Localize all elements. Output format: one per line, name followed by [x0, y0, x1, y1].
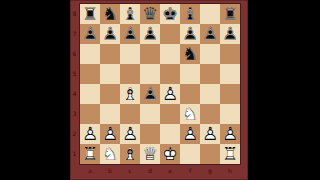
square-a4[interactable] [80, 84, 100, 104]
square-g4[interactable] [200, 84, 220, 104]
piece-black-pawn[interactable]: ♟♙ [180, 24, 200, 44]
piece-outline-glyph: ♙ [160, 84, 180, 104]
square-a8[interactable]: ♜♖ [80, 4, 100, 24]
piece-black-pawn[interactable]: ♟♙ [220, 24, 240, 44]
square-e2[interactable] [160, 124, 180, 144]
file-label-a: a [80, 166, 100, 176]
piece-fill-glyph: ♞ [100, 4, 120, 24]
piece-fill-glyph: ♟ [140, 24, 160, 44]
square-c8[interactable]: ♝♗ [120, 4, 140, 24]
piece-fill-glyph: ♟ [180, 124, 200, 144]
square-b8[interactable]: ♞♘ [100, 4, 120, 24]
square-h4[interactable] [220, 84, 240, 104]
square-e1[interactable]: ♚♔ [160, 144, 180, 164]
square-d6[interactable] [140, 44, 160, 64]
piece-fill-glyph: ♟ [220, 124, 240, 144]
piece-fill-glyph: ♟ [120, 124, 140, 144]
square-h1[interactable]: ♜♖ [220, 144, 240, 164]
piece-outline-glyph: ♙ [100, 24, 120, 44]
piece-black-pawn[interactable]: ♟♙ [120, 24, 140, 44]
square-e7[interactable] [160, 24, 180, 44]
rank-label-1: 1 [70, 144, 79, 164]
rank-label-2: 2 [70, 124, 79, 144]
piece-outline-glyph: ♙ [180, 124, 200, 144]
square-g6[interactable] [200, 44, 220, 64]
piece-outline-glyph: ♕ [140, 144, 160, 164]
piece-outline-glyph: ♙ [180, 24, 200, 44]
square-f4[interactable] [180, 84, 200, 104]
piece-white-pawn[interactable]: ♟♙ [100, 124, 120, 144]
piece-fill-glyph: ♝ [120, 4, 140, 24]
square-d8[interactable]: ♛♕ [140, 4, 160, 24]
rank-label-7: 7 [70, 24, 79, 44]
piece-black-queen[interactable]: ♛♕ [140, 4, 160, 24]
square-f7[interactable]: ♟♙ [180, 24, 200, 44]
square-b2[interactable]: ♟♙ [100, 124, 120, 144]
square-g2[interactable]: ♟♙ [200, 124, 220, 144]
piece-outline-glyph: ♙ [100, 124, 120, 144]
square-h3[interactable] [220, 104, 240, 124]
piece-fill-glyph: ♟ [100, 24, 120, 44]
piece-black-knight[interactable]: ♞♘ [180, 44, 200, 64]
square-g1[interactable] [200, 144, 220, 164]
piece-fill-glyph: ♟ [160, 84, 180, 104]
file-label-g: g [200, 166, 220, 176]
file-labels: abcdefgh [80, 166, 240, 178]
piece-fill-glyph: ♟ [100, 124, 120, 144]
piece-outline-glyph: ♘ [100, 4, 120, 24]
rank-label-5: 5 [70, 64, 79, 84]
square-f8[interactable]: ♝♗ [180, 4, 200, 24]
square-g3[interactable] [200, 104, 220, 124]
square-c4[interactable]: ♝♗ [120, 84, 140, 104]
piece-fill-glyph: ♚ [160, 4, 180, 24]
piece-white-pawn[interactable]: ♟♙ [80, 124, 100, 144]
piece-fill-glyph: ♜ [220, 144, 240, 164]
piece-fill-glyph: ♟ [200, 124, 220, 144]
piece-outline-glyph: ♙ [140, 84, 160, 104]
piece-outline-glyph: ♗ [180, 4, 200, 24]
piece-outline-glyph: ♗ [120, 4, 140, 24]
square-c1[interactable]: ♝♗ [120, 144, 140, 164]
piece-fill-glyph: ♟ [80, 24, 100, 44]
square-e3[interactable] [160, 104, 180, 124]
square-e4[interactable]: ♟♙ [160, 84, 180, 104]
piece-fill-glyph: ♝ [120, 84, 140, 104]
square-g5[interactable] [200, 64, 220, 84]
piece-fill-glyph: ♚ [160, 144, 180, 164]
square-d3[interactable] [140, 104, 160, 124]
piece-white-pawn[interactable]: ♟♙ [160, 84, 180, 104]
chess-board: 87654321 abcdefgh ♜♖♞♘♝♗♛♕♚♔♝♗♜♖♟♙♟♙♟♙♟♙… [70, 0, 248, 180]
piece-fill-glyph: ♝ [180, 4, 200, 24]
square-h7[interactable]: ♟♙ [220, 24, 240, 44]
square-h8[interactable]: ♜♖ [220, 4, 240, 24]
piece-black-king[interactable]: ♚♔ [160, 4, 180, 24]
piece-white-bishop[interactable]: ♝♗ [120, 144, 140, 164]
piece-outline-glyph: ♙ [80, 124, 100, 144]
square-c6[interactable] [120, 44, 140, 64]
file-label-b: b [100, 166, 120, 176]
square-g8[interactable] [200, 4, 220, 24]
piece-white-pawn[interactable]: ♟♙ [120, 124, 140, 144]
piece-black-bishop[interactable]: ♝♗ [180, 4, 200, 24]
square-f2[interactable]: ♟♙ [180, 124, 200, 144]
file-label-h: h [220, 166, 240, 176]
square-a1[interactable]: ♜♖ [80, 144, 100, 164]
piece-outline-glyph: ♖ [80, 144, 100, 164]
piece-outline-glyph: ♘ [180, 44, 200, 64]
piece-fill-glyph: ♜ [80, 4, 100, 24]
piece-outline-glyph: ♖ [80, 4, 100, 24]
square-c5[interactable] [120, 64, 140, 84]
piece-fill-glyph: ♟ [200, 24, 220, 44]
piece-fill-glyph: ♞ [100, 144, 120, 164]
square-d7[interactable]: ♟♙ [140, 24, 160, 44]
piece-white-rook[interactable]: ♜♖ [220, 144, 240, 164]
piece-black-pawn[interactable]: ♟♙ [140, 84, 160, 104]
piece-fill-glyph: ♜ [80, 144, 100, 164]
piece-outline-glyph: ♔ [160, 144, 180, 164]
square-f5[interactable] [180, 64, 200, 84]
piece-fill-glyph: ♟ [180, 24, 200, 44]
piece-black-knight[interactable]: ♞♘ [100, 4, 120, 24]
square-c3[interactable] [120, 104, 140, 124]
square-h5[interactable] [220, 64, 240, 84]
piece-fill-glyph: ♝ [120, 144, 140, 164]
piece-white-queen[interactable]: ♛♕ [140, 144, 160, 164]
square-b6[interactable] [100, 44, 120, 64]
piece-black-pawn[interactable]: ♟♙ [100, 24, 120, 44]
piece-outline-glyph: ♘ [180, 104, 200, 124]
piece-fill-glyph: ♟ [120, 24, 140, 44]
square-a6[interactable] [80, 44, 100, 64]
square-g7[interactable]: ♟♙ [200, 24, 220, 44]
square-h6[interactable] [220, 44, 240, 64]
square-h2[interactable]: ♟♙ [220, 124, 240, 144]
file-label-e: e [160, 166, 180, 176]
piece-fill-glyph: ♛ [140, 4, 160, 24]
square-a2[interactable]: ♟♙ [80, 124, 100, 144]
piece-outline-glyph: ♙ [80, 24, 100, 44]
file-label-f: f [180, 166, 200, 176]
piece-outline-glyph: ♖ [220, 4, 240, 24]
rank-label-4: 4 [70, 84, 79, 104]
square-f6[interactable]: ♞♘ [180, 44, 200, 64]
piece-fill-glyph: ♟ [140, 84, 160, 104]
file-label-d: d [140, 166, 160, 176]
piece-fill-glyph: ♟ [80, 124, 100, 144]
square-a7[interactable]: ♟♙ [80, 24, 100, 44]
square-e8[interactable]: ♚♔ [160, 4, 180, 24]
piece-white-knight[interactable]: ♞♘ [100, 144, 120, 164]
square-d5[interactable] [140, 64, 160, 84]
square-b4[interactable] [100, 84, 120, 104]
piece-fill-glyph: ♛ [140, 144, 160, 164]
piece-outline-glyph: ♙ [220, 24, 240, 44]
piece-fill-glyph: ♞ [180, 44, 200, 64]
rank-label-8: 8 [70, 4, 79, 24]
piece-outline-glyph: ♘ [100, 144, 120, 164]
piece-outline-glyph: ♙ [200, 124, 220, 144]
rank-label-3: 3 [70, 104, 79, 124]
piece-white-pawn[interactable]: ♟♙ [180, 124, 200, 144]
square-b7[interactable]: ♟♙ [100, 24, 120, 44]
piece-fill-glyph: ♞ [180, 104, 200, 124]
piece-black-bishop[interactable]: ♝♗ [120, 4, 140, 24]
piece-outline-glyph: ♙ [120, 24, 140, 44]
piece-outline-glyph: ♙ [120, 124, 140, 144]
piece-outline-glyph: ♖ [220, 144, 240, 164]
square-e6[interactable] [160, 44, 180, 64]
piece-outline-glyph: ♙ [200, 24, 220, 44]
piece-white-rook[interactable]: ♜♖ [80, 144, 100, 164]
square-c2[interactable]: ♟♙ [120, 124, 140, 144]
square-a3[interactable] [80, 104, 100, 124]
square-d4[interactable]: ♟♙ [140, 84, 160, 104]
piece-white-pawn[interactable]: ♟♙ [220, 124, 240, 144]
square-e5[interactable] [160, 64, 180, 84]
piece-white-king[interactable]: ♚♔ [160, 144, 180, 164]
file-label-c: c [120, 166, 140, 176]
piece-black-pawn[interactable]: ♟♙ [140, 24, 160, 44]
piece-outline-glyph: ♙ [140, 24, 160, 44]
piece-outline-glyph: ♔ [160, 4, 180, 24]
letterboxed-stage: 87654321 abcdefgh ♜♖♞♘♝♗♛♕♚♔♝♗♜♖♟♙♟♙♟♙♟♙… [0, 0, 320, 180]
piece-black-pawn[interactable]: ♟♙ [80, 24, 100, 44]
piece-white-bishop[interactable]: ♝♗ [120, 84, 140, 104]
piece-fill-glyph: ♜ [220, 4, 240, 24]
piece-outline-glyph: ♗ [120, 84, 140, 104]
square-b3[interactable] [100, 104, 120, 124]
piece-outline-glyph: ♙ [220, 124, 240, 144]
piece-black-rook[interactable]: ♜♖ [80, 4, 100, 24]
square-d2[interactable] [140, 124, 160, 144]
rank-label-6: 6 [70, 44, 79, 64]
square-b1[interactable]: ♞♘ [100, 144, 120, 164]
square-a5[interactable] [80, 64, 100, 84]
piece-white-knight[interactable]: ♞♘ [180, 104, 200, 124]
square-c7[interactable]: ♟♙ [120, 24, 140, 44]
piece-white-pawn[interactable]: ♟♙ [200, 124, 220, 144]
piece-black-rook[interactable]: ♜♖ [220, 4, 240, 24]
square-d1[interactable]: ♛♕ [140, 144, 160, 164]
square-f3[interactable]: ♞♘ [180, 104, 200, 124]
square-b5[interactable] [100, 64, 120, 84]
piece-outline-glyph: ♗ [120, 144, 140, 164]
squares-grid: ♜♖♞♘♝♗♛♕♚♔♝♗♜♖♟♙♟♙♟♙♟♙♟♙♟♙♟♙♞♘♝♗♟♙♟♙♞♘♟♙… [79, 3, 241, 165]
piece-black-pawn[interactable]: ♟♙ [200, 24, 220, 44]
piece-outline-glyph: ♕ [140, 4, 160, 24]
square-f1[interactable] [180, 144, 200, 164]
piece-fill-glyph: ♟ [220, 24, 240, 44]
rank-labels: 87654321 [70, 4, 79, 164]
